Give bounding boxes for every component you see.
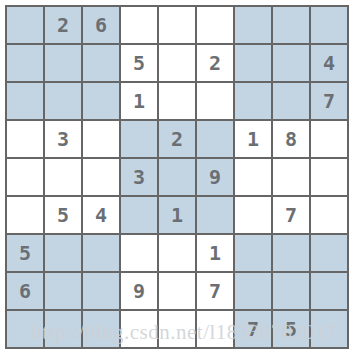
cell-r2c2[interactable] [45,45,81,81]
cell-r5c7[interactable] [235,159,271,195]
cell-r4c5[interactable]: 2 [159,121,195,157]
cell-r2c9[interactable]: 4 [311,45,347,81]
cell-r8c2[interactable] [45,273,81,309]
cell-r5c8[interactable] [273,159,309,195]
cell-r6c9[interactable] [311,197,347,233]
cell-r4c6[interactable] [197,121,233,157]
cell-r9c6[interactable] [197,311,233,347]
cell-r7c7[interactable] [235,235,271,271]
cell-r6c2[interactable]: 5 [45,197,81,233]
cell-r3c2[interactable] [45,83,81,119]
cell-r8c3[interactable] [83,273,119,309]
cell-r4c2[interactable]: 3 [45,121,81,157]
cell-r4c7[interactable]: 1 [235,121,271,157]
cell-r2c5[interactable] [159,45,195,81]
cell-r9c1[interactable] [7,311,43,347]
cell-r7c4[interactable] [121,235,157,271]
cell-r5c5[interactable] [159,159,195,195]
cell-r8c4[interactable]: 9 [121,273,157,309]
cell-r2c7[interactable] [235,45,271,81]
cell-r5c4[interactable]: 3 [121,159,157,195]
cell-r6c1[interactable] [7,197,43,233]
cell-r4c4[interactable] [121,121,157,157]
page: 265241732183954175169775 http://blog.csd… [0,0,354,354]
cell-r9c2[interactable] [45,311,81,347]
cell-r1c6[interactable] [197,7,233,43]
cell-r4c1[interactable] [7,121,43,157]
cell-r1c3[interactable]: 6 [83,7,119,43]
cell-r1c5[interactable] [159,7,195,43]
cell-r1c8[interactable] [273,7,309,43]
cell-r6c3[interactable]: 4 [83,197,119,233]
cell-r4c9[interactable] [311,121,347,157]
cell-r7c3[interactable] [83,235,119,271]
cell-r3c1[interactable] [7,83,43,119]
cell-r3c9[interactable]: 7 [311,83,347,119]
cell-r5c1[interactable] [7,159,43,195]
cell-r8c6[interactable]: 7 [197,273,233,309]
cell-r9c7[interactable]: 7 [235,311,271,347]
cell-r2c1[interactable] [7,45,43,81]
cell-r7c9[interactable] [311,235,347,271]
cell-r7c2[interactable] [45,235,81,271]
cell-r5c9[interactable] [311,159,347,195]
cell-r9c9[interactable] [311,311,347,347]
cell-r3c6[interactable] [197,83,233,119]
cell-r7c8[interactable] [273,235,309,271]
cell-r3c3[interactable] [83,83,119,119]
cell-r8c7[interactable] [235,273,271,309]
cell-r7c5[interactable] [159,235,195,271]
cell-r9c4[interactable] [121,311,157,347]
cell-r2c3[interactable] [83,45,119,81]
cell-r9c3[interactable] [83,311,119,347]
cell-r6c6[interactable] [197,197,233,233]
cell-r3c4[interactable]: 1 [121,83,157,119]
cell-r9c5[interactable] [159,311,195,347]
cell-r5c3[interactable] [83,159,119,195]
cell-r9c8[interactable]: 5 [273,311,309,347]
cell-r7c1[interactable]: 5 [7,235,43,271]
cell-r4c8[interactable]: 8 [273,121,309,157]
cell-r8c5[interactable] [159,273,195,309]
cell-r4c3[interactable] [83,121,119,157]
cell-r8c8[interactable] [273,273,309,309]
cell-r5c2[interactable] [45,159,81,195]
cell-r6c8[interactable]: 7 [273,197,309,233]
cell-r1c4[interactable] [121,7,157,43]
cell-r2c4[interactable]: 5 [121,45,157,81]
cell-r6c5[interactable]: 1 [159,197,195,233]
cell-r7c6[interactable]: 1 [197,235,233,271]
cell-r1c1[interactable] [7,7,43,43]
cell-r5c6[interactable]: 9 [197,159,233,195]
cell-r1c2[interactable]: 2 [45,7,81,43]
cell-r8c1[interactable]: 6 [7,273,43,309]
cell-r1c9[interactable] [311,7,347,43]
cell-r3c5[interactable] [159,83,195,119]
cell-r8c9[interactable] [311,273,347,309]
cell-r3c7[interactable] [235,83,271,119]
cell-r2c6[interactable]: 2 [197,45,233,81]
cell-r6c7[interactable] [235,197,271,233]
cell-r2c8[interactable] [273,45,309,81]
sudoku-board: 265241732183954175169775 [5,5,349,349]
cell-r3c8[interactable] [273,83,309,119]
cell-r6c4[interactable] [121,197,157,233]
cell-r1c7[interactable] [235,7,271,43]
